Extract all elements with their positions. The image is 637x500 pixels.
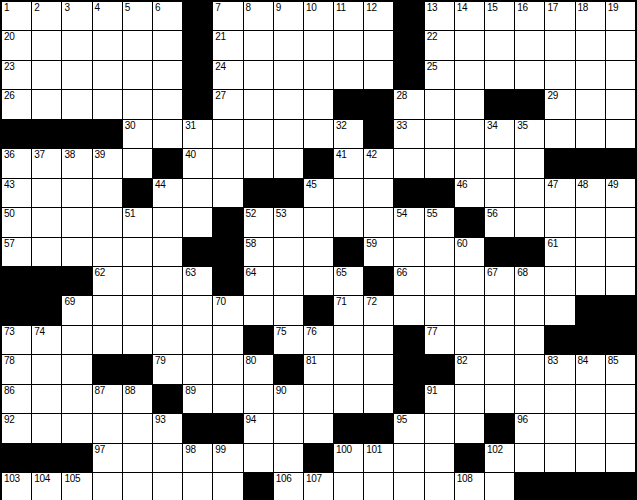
- cell-r6c17[interactable]: [485, 149, 514, 177]
- cell-r8c13[interactable]: [364, 208, 393, 236]
- cell-r15c6[interactable]: 93: [153, 414, 182, 442]
- cell-r2c16[interactable]: [455, 31, 484, 59]
- cell-r3c5[interactable]: [123, 61, 152, 89]
- cell-r9c1[interactable]: 57: [2, 238, 31, 266]
- cell-r7c2[interactable]: [32, 179, 61, 207]
- cell-r1c6[interactable]: 6: [153, 2, 182, 30]
- cell-r2c9[interactable]: [244, 31, 273, 59]
- cell-r16c17[interactable]: 102: [485, 444, 514, 472]
- cell-r11c5[interactable]: [123, 296, 152, 324]
- cell-r4c15[interactable]: [425, 90, 454, 118]
- cell-r12c16[interactable]: [455, 326, 484, 354]
- cell-r8c12[interactable]: [334, 208, 363, 236]
- clue-number: 47: [547, 180, 558, 190]
- cell-r12c10[interactable]: 75: [274, 326, 303, 354]
- cell-r6c5[interactable]: [123, 149, 152, 177]
- cell-r10c21[interactable]: [606, 267, 635, 295]
- cell-r14c2[interactable]: [32, 385, 61, 413]
- cell-r8c20[interactable]: [576, 208, 605, 236]
- cell-r3c17[interactable]: [485, 61, 514, 89]
- cell-r11c9[interactable]: [244, 296, 273, 324]
- cell-r7c1[interactable]: 43: [2, 179, 31, 207]
- cell-r16c12[interactable]: 100: [334, 444, 363, 472]
- cell-r2c18[interactable]: [515, 31, 544, 59]
- cell-r15c16[interactable]: [455, 414, 484, 442]
- cell-r14c18[interactable]: [515, 385, 544, 413]
- cell-r6c16[interactable]: [455, 149, 484, 177]
- cell-r13c3[interactable]: [62, 355, 91, 383]
- cell-r10c11[interactable]: [304, 267, 333, 295]
- cell-r11c14[interactable]: [394, 296, 423, 324]
- cell-r9c19[interactable]: 61: [545, 238, 574, 266]
- cell-r11c7[interactable]: [183, 296, 212, 324]
- cell-r6c4[interactable]: 39: [93, 149, 122, 177]
- cell-r8c11[interactable]: [304, 208, 333, 236]
- cell-r13c2[interactable]: [32, 355, 61, 383]
- cell-r3c13[interactable]: [364, 61, 393, 89]
- cell-r14c5[interactable]: 88: [123, 385, 152, 413]
- cell-r1c5[interactable]: 5: [123, 2, 152, 30]
- cell-r4c4[interactable]: [93, 90, 122, 118]
- cell-r9c2[interactable]: [32, 238, 61, 266]
- cell-r7c3[interactable]: [62, 179, 91, 207]
- cell-r2c13[interactable]: [364, 31, 393, 59]
- cell-r8c15[interactable]: 55: [425, 208, 454, 236]
- cell-r3c6[interactable]: [153, 61, 182, 89]
- cell-r8c2[interactable]: [32, 208, 61, 236]
- cell-r17c6[interactable]: [153, 473, 182, 500]
- cell-r5c14[interactable]: 33: [394, 120, 423, 148]
- clue-number: 75: [276, 327, 287, 337]
- cell-r13c12[interactable]: [334, 355, 363, 383]
- cell-r1c19[interactable]: 17: [545, 2, 574, 30]
- cell-r7c21[interactable]: 49: [606, 179, 635, 207]
- cell-r2c8[interactable]: 21: [213, 31, 242, 59]
- cell-r14c8[interactable]: [213, 385, 242, 413]
- cell-r14c19[interactable]: [545, 385, 574, 413]
- cell-r8c21[interactable]: [606, 208, 635, 236]
- cell-r9c13[interactable]: 59: [364, 238, 393, 266]
- cell-r9c6[interactable]: [153, 238, 182, 266]
- cell-r5c21[interactable]: [606, 120, 635, 148]
- cell-r2c3[interactable]: [62, 31, 91, 59]
- cell-r15c2[interactable]: [32, 414, 61, 442]
- cell-r12c1[interactable]: 73: [2, 326, 31, 354]
- cell-r2c1[interactable]: 20: [2, 31, 31, 59]
- cell-r6c12[interactable]: 41: [334, 149, 363, 177]
- cell-r10c6[interactable]: [153, 267, 182, 295]
- cell-r4c11[interactable]: [304, 90, 333, 118]
- cell-r3c2[interactable]: [32, 61, 61, 89]
- cell-r11c19[interactable]: [545, 296, 574, 324]
- cell-r5c20[interactable]: [576, 120, 605, 148]
- cell-r1c16[interactable]: 14: [455, 2, 484, 30]
- cell-r7c7[interactable]: [183, 179, 212, 207]
- cell-r17c8[interactable]: [213, 473, 242, 500]
- cell-r4c5[interactable]: [123, 90, 152, 118]
- cell-r10c12[interactable]: 65: [334, 267, 363, 295]
- cell-r16c8[interactable]: 99: [213, 444, 242, 472]
- cell-r2c10[interactable]: [274, 31, 303, 59]
- cell-r9c10[interactable]: [274, 238, 303, 266]
- cell-r9c14[interactable]: [394, 238, 423, 266]
- cell-r5c8[interactable]: [213, 120, 242, 148]
- cell-r6c7[interactable]: 40: [183, 149, 212, 177]
- cell-r13c16[interactable]: 82: [455, 355, 484, 383]
- cell-r1c9[interactable]: 8: [244, 2, 273, 30]
- cell-r11c17[interactable]: [485, 296, 514, 324]
- cell-r1c10[interactable]: 9: [274, 2, 303, 30]
- cell-r10c19[interactable]: [545, 267, 574, 295]
- cell-r10c14[interactable]: 66: [394, 267, 423, 295]
- cell-r3c3[interactable]: [62, 61, 91, 89]
- cell-r3c9[interactable]: [244, 61, 273, 89]
- cell-r12c3[interactable]: [62, 326, 91, 354]
- cell-r13c1[interactable]: 78: [2, 355, 31, 383]
- cell-r1c15[interactable]: 13: [425, 2, 454, 30]
- black-cell-r17c18: [515, 473, 544, 500]
- cell-r3c1[interactable]: 23: [2, 61, 31, 89]
- cell-r13c11[interactable]: 81: [304, 355, 333, 383]
- cell-r1c21[interactable]: 19: [606, 2, 635, 30]
- cell-r15c10[interactable]: [274, 414, 303, 442]
- cell-r2c19[interactable]: [545, 31, 574, 59]
- cell-r5c19[interactable]: [545, 120, 574, 148]
- cell-r3c21[interactable]: [606, 61, 635, 89]
- cell-r14c1[interactable]: 86: [2, 385, 31, 413]
- cell-r13c21[interactable]: 85: [606, 355, 635, 383]
- cell-r9c4[interactable]: [93, 238, 122, 266]
- cell-r13c13[interactable]: [364, 355, 393, 383]
- cell-r16c9[interactable]: [244, 444, 273, 472]
- cell-r8c9[interactable]: 52: [244, 208, 273, 236]
- cell-r17c17[interactable]: [485, 473, 514, 500]
- cell-r3c15[interactable]: 25: [425, 61, 454, 89]
- cell-r2c20[interactable]: [576, 31, 605, 59]
- cell-r15c20[interactable]: [576, 414, 605, 442]
- cell-r7c6[interactable]: 44: [153, 179, 182, 207]
- cell-r4c2[interactable]: [32, 90, 61, 118]
- cell-r7c17[interactable]: [485, 179, 514, 207]
- cell-r6c18[interactable]: [515, 149, 544, 177]
- cell-r4c14[interactable]: 28: [394, 90, 423, 118]
- cell-r9c16[interactable]: 60: [455, 238, 484, 266]
- cell-r16c19[interactable]: [545, 444, 574, 472]
- cell-r5c9[interactable]: [244, 120, 273, 148]
- cell-r6c8[interactable]: [213, 149, 242, 177]
- cell-r10c16[interactable]: [455, 267, 484, 295]
- cell-r6c13[interactable]: 42: [364, 149, 393, 177]
- cell-r15c14[interactable]: 95: [394, 414, 423, 442]
- cell-r10c10[interactable]: [274, 267, 303, 295]
- cell-r5c18[interactable]: 35: [515, 120, 544, 148]
- cell-r15c18[interactable]: 96: [515, 414, 544, 442]
- cell-r2c17[interactable]: [485, 31, 514, 59]
- cell-r9c15[interactable]: [425, 238, 454, 266]
- cell-r8c17[interactable]: 56: [485, 208, 514, 236]
- cell-r15c15[interactable]: [425, 414, 454, 442]
- cell-r16c20[interactable]: [576, 444, 605, 472]
- cell-r14c7[interactable]: 89: [183, 385, 212, 413]
- cell-r3c18[interactable]: [515, 61, 544, 89]
- clue-number: 82: [457, 356, 468, 366]
- cell-r7c13[interactable]: [364, 179, 393, 207]
- cell-r13c19[interactable]: 83: [545, 355, 574, 383]
- cell-r16c10[interactable]: [274, 444, 303, 472]
- cell-r11c16[interactable]: [455, 296, 484, 324]
- cell-r17c3[interactable]: 105: [62, 473, 91, 500]
- cell-r4c10[interactable]: [274, 90, 303, 118]
- cell-r10c18[interactable]: 68: [515, 267, 544, 295]
- cell-r1c4[interactable]: 4: [93, 2, 122, 30]
- cell-r17c5[interactable]: [123, 473, 152, 500]
- cell-r13c6[interactable]: 79: [153, 355, 182, 383]
- cell-r14c10[interactable]: 90: [274, 385, 303, 413]
- cell-r6c14[interactable]: [394, 149, 423, 177]
- cell-r17c14[interactable]: [394, 473, 423, 500]
- cell-r12c6[interactable]: [153, 326, 182, 354]
- cell-r8c14[interactable]: 54: [394, 208, 423, 236]
- cell-r12c15[interactable]: 77: [425, 326, 454, 354]
- cell-r6c9[interactable]: [244, 149, 273, 177]
- cell-r6c15[interactable]: [425, 149, 454, 177]
- cell-r12c8[interactable]: [213, 326, 242, 354]
- cell-r4c9[interactable]: [244, 90, 273, 118]
- cell-r9c20[interactable]: [576, 238, 605, 266]
- cell-r13c20[interactable]: 84: [576, 355, 605, 383]
- cell-r11c18[interactable]: [515, 296, 544, 324]
- cell-r1c18[interactable]: 16: [515, 2, 544, 30]
- cell-r8c6[interactable]: [153, 208, 182, 236]
- cell-r10c17[interactable]: 67: [485, 267, 514, 295]
- cell-r16c5[interactable]: [123, 444, 152, 472]
- cell-r3c19[interactable]: [545, 61, 574, 89]
- cell-r17c10[interactable]: 106: [274, 473, 303, 500]
- cell-r17c4[interactable]: [93, 473, 122, 500]
- cell-r16c14[interactable]: [394, 444, 423, 472]
- cell-r13c7[interactable]: [183, 355, 212, 383]
- cell-r1c3[interactable]: 3: [62, 2, 91, 30]
- cell-r3c11[interactable]: [304, 61, 333, 89]
- cell-r3c4[interactable]: [93, 61, 122, 89]
- cell-r7c11[interactable]: 45: [304, 179, 333, 207]
- cell-r10c20[interactable]: [576, 267, 605, 295]
- cell-r14c13[interactable]: [364, 385, 393, 413]
- cell-r9c21[interactable]: [606, 238, 635, 266]
- cell-r1c20[interactable]: 18: [576, 2, 605, 30]
- cell-r2c15[interactable]: 22: [425, 31, 454, 59]
- cell-r11c12[interactable]: 71: [334, 296, 363, 324]
- cell-r2c12[interactable]: [334, 31, 363, 59]
- cell-r10c4[interactable]: 62: [93, 267, 122, 295]
- cell-r16c4[interactable]: 97: [93, 444, 122, 472]
- cell-r5c10[interactable]: [274, 120, 303, 148]
- cell-r12c11[interactable]: 76: [304, 326, 333, 354]
- cell-r14c17[interactable]: [485, 385, 514, 413]
- cell-r3c16[interactable]: [455, 61, 484, 89]
- cell-r9c3[interactable]: [62, 238, 91, 266]
- black-cell-r7c5: [123, 179, 152, 207]
- cell-r11c13[interactable]: 72: [364, 296, 393, 324]
- cell-r12c2[interactable]: 74: [32, 326, 61, 354]
- cell-r13c18[interactable]: [515, 355, 544, 383]
- cell-r17c16[interactable]: 108: [455, 473, 484, 500]
- clue-number: 70: [215, 297, 226, 307]
- cell-r1c12[interactable]: 11: [334, 2, 363, 30]
- black-cell-r16c11: [304, 444, 333, 472]
- cell-r17c7[interactable]: [183, 473, 212, 500]
- cell-r4c20[interactable]: [576, 90, 605, 118]
- black-cell-r16c1: [2, 444, 31, 472]
- cell-r2c5[interactable]: [123, 31, 152, 59]
- cell-r9c11[interactable]: [304, 238, 333, 266]
- cell-r14c9[interactable]: [244, 385, 273, 413]
- cell-r15c3[interactable]: [62, 414, 91, 442]
- cell-r14c15[interactable]: 91: [425, 385, 454, 413]
- cell-r5c7[interactable]: 31: [183, 120, 212, 148]
- cell-r8c7[interactable]: [183, 208, 212, 236]
- cell-r12c4[interactable]: [93, 326, 122, 354]
- cell-r15c1[interactable]: 92: [2, 414, 31, 442]
- cell-r17c12[interactable]: [334, 473, 363, 500]
- cell-r1c8[interactable]: 7: [213, 2, 242, 30]
- cell-r4c8[interactable]: 27: [213, 90, 242, 118]
- cell-r4c21[interactable]: [606, 90, 635, 118]
- cell-r15c4[interactable]: [93, 414, 122, 442]
- cell-r3c10[interactable]: [274, 61, 303, 89]
- cell-r4c1[interactable]: 26: [2, 90, 31, 118]
- cell-r13c9[interactable]: 80: [244, 355, 273, 383]
- cell-r16c18[interactable]: [515, 444, 544, 472]
- cell-r3c12[interactable]: [334, 61, 363, 89]
- cell-r15c9[interactable]: 94: [244, 414, 273, 442]
- cell-r7c18[interactable]: [515, 179, 544, 207]
- cell-r12c12[interactable]: [334, 326, 363, 354]
- cell-r4c19[interactable]: 29: [545, 90, 574, 118]
- cell-r5c17[interactable]: 34: [485, 120, 514, 148]
- cell-r11c6[interactable]: [153, 296, 182, 324]
- cell-r6c2[interactable]: 37: [32, 149, 61, 177]
- cell-r14c12[interactable]: [334, 385, 363, 413]
- cell-r14c11[interactable]: [304, 385, 333, 413]
- cell-r15c5[interactable]: [123, 414, 152, 442]
- cell-r12c13[interactable]: [364, 326, 393, 354]
- cell-r10c15[interactable]: [425, 267, 454, 295]
- cell-r8c1[interactable]: 50: [2, 208, 31, 236]
- cell-r8c5[interactable]: 51: [123, 208, 152, 236]
- cell-r14c20[interactable]: [576, 385, 605, 413]
- cell-r9c5[interactable]: [123, 238, 152, 266]
- cell-r3c8[interactable]: 24: [213, 61, 242, 89]
- cell-r15c11[interactable]: [304, 414, 333, 442]
- cell-r14c3[interactable]: [62, 385, 91, 413]
- cell-r7c16[interactable]: 46: [455, 179, 484, 207]
- cell-r15c19[interactable]: [545, 414, 574, 442]
- cell-r17c13[interactable]: [364, 473, 393, 500]
- cell-r14c21[interactable]: [606, 385, 635, 413]
- cell-r1c2[interactable]: 2: [32, 2, 61, 30]
- cell-r7c19[interactable]: 47: [545, 179, 574, 207]
- cell-r1c11[interactable]: 10: [304, 2, 333, 30]
- cell-r12c17[interactable]: [485, 326, 514, 354]
- cell-r12c18[interactable]: [515, 326, 544, 354]
- cell-r10c9[interactable]: 64: [244, 267, 273, 295]
- cell-r2c2[interactable]: [32, 31, 61, 59]
- cell-r12c7[interactable]: [183, 326, 212, 354]
- cell-r4c16[interactable]: [455, 90, 484, 118]
- cell-r10c7[interactable]: 63: [183, 267, 212, 295]
- cell-r15c21[interactable]: [606, 414, 635, 442]
- cell-r8c3[interactable]: [62, 208, 91, 236]
- cell-r17c15[interactable]: [425, 473, 454, 500]
- cell-r5c12[interactable]: 32: [334, 120, 363, 148]
- cell-r7c4[interactable]: [93, 179, 122, 207]
- cell-r5c11[interactable]: [304, 120, 333, 148]
- cell-r16c15[interactable]: [425, 444, 454, 472]
- cell-r7c8[interactable]: [213, 179, 242, 207]
- cell-r13c8[interactable]: [213, 355, 242, 383]
- cell-r8c19[interactable]: [545, 208, 574, 236]
- cell-r1c17[interactable]: 15: [485, 2, 514, 30]
- cell-r17c2[interactable]: 104: [32, 473, 61, 500]
- cell-r12c5[interactable]: [123, 326, 152, 354]
- cell-r17c1[interactable]: 103: [2, 473, 31, 500]
- clue-number: 25: [427, 62, 438, 72]
- cell-r6c1[interactable]: 36: [2, 149, 31, 177]
- cell-r16c13[interactable]: 101: [364, 444, 393, 472]
- cell-r2c6[interactable]: [153, 31, 182, 59]
- cell-r1c1[interactable]: 1: [2, 2, 31, 30]
- cell-r4c3[interactable]: [62, 90, 91, 118]
- cell-r13c17[interactable]: [485, 355, 514, 383]
- cell-r11c8[interactable]: 70: [213, 296, 242, 324]
- cell-r14c16[interactable]: [455, 385, 484, 413]
- cell-r3c20[interactable]: [576, 61, 605, 89]
- cell-r11c4[interactable]: [93, 296, 122, 324]
- cell-r6c10[interactable]: [274, 149, 303, 177]
- cell-r14c4[interactable]: 87: [93, 385, 122, 413]
- cell-r5c6[interactable]: [153, 120, 182, 148]
- cell-r9c9[interactable]: 58: [244, 238, 273, 266]
- cell-r11c3[interactable]: 69: [62, 296, 91, 324]
- cell-r10c5[interactable]: [123, 267, 152, 295]
- cell-r7c12[interactable]: [334, 179, 363, 207]
- cell-r8c10[interactable]: 53: [274, 208, 303, 236]
- clue-number: 58: [246, 239, 257, 249]
- cell-r2c11[interactable]: [304, 31, 333, 59]
- cell-r16c7[interactable]: 98: [183, 444, 212, 472]
- black-cell-r14c14: [394, 385, 423, 413]
- cell-r5c5[interactable]: 30: [123, 120, 152, 148]
- clue-number: 54: [396, 209, 407, 219]
- cell-r8c18[interactable]: [515, 208, 544, 236]
- cell-r11c15[interactable]: [425, 296, 454, 324]
- cell-r11c10[interactable]: [274, 296, 303, 324]
- cell-r2c4[interactable]: [93, 31, 122, 59]
- cell-r1c13[interactable]: 12: [364, 2, 393, 30]
- cell-r16c6[interactable]: [153, 444, 182, 472]
- cell-r4c6[interactable]: [153, 90, 182, 118]
- cell-r16c21[interactable]: [606, 444, 635, 472]
- black-cell-r12c14: [394, 326, 423, 354]
- cell-r2c21[interactable]: [606, 31, 635, 59]
- cell-r8c4[interactable]: [93, 208, 122, 236]
- cell-r5c15[interactable]: [425, 120, 454, 148]
- cell-r7c20[interactable]: 48: [576, 179, 605, 207]
- cell-r5c16[interactable]: [455, 120, 484, 148]
- cell-r17c11[interactable]: 107: [304, 473, 333, 500]
- cell-r6c3[interactable]: 38: [62, 149, 91, 177]
